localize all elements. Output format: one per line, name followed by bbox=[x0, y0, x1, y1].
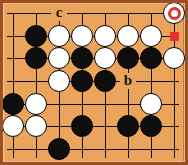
white-stone[interactable] bbox=[140, 25, 162, 47]
grid-line-horizontal bbox=[7, 149, 179, 150]
black-stone[interactable] bbox=[140, 115, 162, 137]
white-stone[interactable] bbox=[48, 25, 70, 47]
white-stone[interactable] bbox=[71, 25, 93, 47]
white-stone[interactable] bbox=[163, 2, 185, 24]
red-circle-marker-icon bbox=[168, 7, 181, 20]
black-stone[interactable] bbox=[140, 47, 162, 69]
white-stone[interactable] bbox=[25, 115, 47, 137]
white-stone[interactable] bbox=[94, 47, 116, 69]
white-stone[interactable] bbox=[48, 47, 70, 69]
white-stone[interactable] bbox=[94, 25, 116, 47]
point-label-c[interactable]: c bbox=[51, 5, 67, 21]
white-stone[interactable] bbox=[140, 93, 162, 115]
white-stone[interactable] bbox=[25, 93, 47, 115]
black-stone[interactable] bbox=[25, 47, 47, 69]
black-stone[interactable] bbox=[2, 93, 24, 115]
black-stone[interactable] bbox=[71, 115, 93, 137]
black-stone[interactable] bbox=[94, 70, 116, 92]
white-stone[interactable] bbox=[163, 47, 185, 69]
black-stone[interactable] bbox=[71, 70, 93, 92]
goban[interactable]: cb bbox=[3, 3, 185, 162]
white-stone[interactable] bbox=[48, 70, 70, 92]
white-stone[interactable] bbox=[117, 25, 139, 47]
grid-line-horizontal bbox=[7, 13, 179, 14]
white-stone[interactable] bbox=[2, 115, 24, 137]
red-square-marker-icon[interactable] bbox=[170, 32, 179, 41]
black-stone[interactable] bbox=[25, 25, 47, 47]
black-stone[interactable] bbox=[117, 115, 139, 137]
black-stone[interactable] bbox=[117, 47, 139, 69]
go-board-frame: cb bbox=[0, 0, 188, 165]
grid-line-horizontal bbox=[7, 81, 179, 82]
black-stone[interactable] bbox=[71, 47, 93, 69]
point-label-b[interactable]: b bbox=[120, 73, 136, 89]
black-stone[interactable] bbox=[48, 138, 70, 160]
